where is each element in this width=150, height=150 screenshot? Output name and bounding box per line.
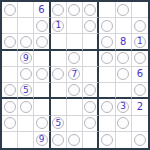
odd-circle [134,84,146,96]
cell-r8c1[interactable] [2,116,18,132]
cell-r5c2[interactable] [18,67,34,83]
cell-r7c1[interactable] [2,99,18,115]
cell-r6c9[interactable] [132,83,148,99]
cell-r2c6[interactable] [83,18,99,34]
cell-r6c2[interactable]: 5 [18,83,34,99]
cell-r5c7[interactable] [99,67,115,83]
odd-circle [20,101,32,113]
odd-circle [84,101,96,113]
odd-circle [20,68,32,80]
cell-r6c4[interactable] [51,83,67,99]
odd-circle [4,84,16,96]
given-digit: 7 [72,70,78,79]
cell-r9c8[interactable] [116,132,132,148]
cell-r3c7[interactable] [99,34,115,50]
cell-r3c5[interactable] [67,34,83,50]
odd-circle [101,52,113,64]
cell-r9c5[interactable] [67,132,83,148]
odd-circle [84,20,96,32]
cell-r9c6[interactable] [83,132,99,148]
cell-r8c9[interactable] [132,116,148,132]
cell-r4c1[interactable] [2,51,18,67]
given-digit: 9 [23,54,29,63]
cell-r1c2[interactable] [18,2,34,18]
odd-circle [36,68,48,80]
cell-r2c3[interactable] [34,18,50,34]
given-digit: 2 [137,102,143,112]
cell-r2c7[interactable] [99,18,115,34]
cell-r1c6[interactable] [83,2,99,18]
odd-circle [20,36,32,48]
cell-r1c3[interactable]: 6 [34,2,50,18]
cell-r8c2[interactable] [18,116,34,132]
cell-r6c5[interactable] [67,83,83,99]
cell-r7c6[interactable] [83,99,99,115]
cell-r6c3[interactable] [34,83,50,99]
cell-r3c3[interactable] [34,34,50,50]
cell-r4c6[interactable] [83,51,99,67]
odd-circle: 1 [52,20,64,32]
cell-r5c6[interactable] [83,67,99,83]
sudoku-board: 618197653259 [0,0,150,150]
cell-r8c3[interactable] [34,116,50,132]
odd-circle [134,20,146,32]
cell-r2c2[interactable] [18,18,34,34]
odd-circle [4,101,16,113]
cell-r2c4[interactable]: 1 [51,18,67,34]
odd-circle [101,101,113,113]
cell-r2c5[interactable] [67,18,83,34]
cell-r5c4[interactable] [51,67,67,83]
given-digit: 5 [23,86,29,95]
cell-r7c3[interactable] [34,99,50,115]
cell-r2c1[interactable] [2,18,18,34]
cell-r7c5[interactable] [67,99,83,115]
cell-r3c1[interactable] [2,34,18,50]
given-digit: 1 [137,37,143,46]
cell-r7c9[interactable]: 2 [132,99,148,115]
cell-r4c3[interactable] [34,51,50,67]
given-digit: 9 [39,135,45,144]
odd-circle [36,117,48,129]
cell-r8c8[interactable] [116,116,132,132]
odd-circle [68,84,80,96]
odd-circle [117,4,129,16]
odd-circle [84,84,96,96]
odd-circle: 9 [20,52,32,64]
odd-circle [36,36,48,48]
odd-circle [101,20,113,32]
odd-circle [117,68,129,80]
cell-r3c9[interactable]: 1 [132,34,148,50]
cell-r8c5[interactable] [67,116,83,132]
cell-r4c2[interactable]: 9 [18,51,34,67]
cell-r1c7[interactable] [99,2,115,18]
odd-circle [101,36,113,48]
cell-r7c2[interactable] [18,99,34,115]
odd-circle [4,117,16,129]
odd-circle [52,68,64,80]
odd-circle: 5 [52,117,64,129]
odd-circle: 7 [68,68,80,80]
odd-circle [4,36,16,48]
cell-r3c4[interactable] [51,34,67,50]
cell-r4c7[interactable] [99,51,115,67]
cell-r3c2[interactable] [18,34,34,50]
cell-r5c1[interactable] [2,67,18,83]
cell-r5c8[interactable] [116,67,132,83]
cell-r5c3[interactable] [34,67,50,83]
cell-r4c8[interactable] [116,51,132,67]
odd-circle: 5 [20,84,32,96]
cell-r2c9[interactable] [132,18,148,34]
cell-r6c7[interactable] [99,83,115,99]
cell-r5c9[interactable]: 6 [132,67,148,83]
odd-circle [52,4,64,16]
given-digit: 6 [38,5,44,15]
odd-circle [68,4,80,16]
cell-r9c2[interactable] [18,132,34,148]
odd-circle [36,20,48,32]
cell-r1c9[interactable] [132,2,148,18]
odd-circle: 1 [134,36,146,48]
odd-circle [134,52,146,64]
cell-r9c9[interactable] [132,132,148,148]
cell-r6c8[interactable] [116,83,132,99]
cell-r1c8[interactable] [116,2,132,18]
odd-circle [68,52,80,64]
odd-circle [84,4,96,16]
cell-r7c4[interactable] [51,99,67,115]
cell-r6c6[interactable] [83,83,99,99]
odd-circle [101,134,113,146]
odd-circle [117,52,129,64]
odd-circle [68,134,80,146]
cell-r9c1[interactable] [2,132,18,148]
given-digit: 3 [120,102,126,111]
cell-r4c4[interactable] [51,51,67,67]
odd-circle [52,134,64,146]
cell-r4c9[interactable] [132,51,148,67]
cell-r5c5[interactable]: 7 [67,67,83,83]
cell-r9c4[interactable] [51,132,67,148]
given-digit: 5 [55,119,61,128]
cell-r3c8[interactable]: 8 [116,34,132,50]
odd-circle: 9 [36,134,48,146]
cell-r9c7[interactable] [99,132,115,148]
given-digit: 8 [120,37,126,47]
cell-r3c6[interactable] [83,34,99,50]
cell-r1c4[interactable] [51,2,67,18]
cell-r7c8[interactable]: 3 [116,99,132,115]
cell-r9c3[interactable]: 9 [34,132,50,148]
cell-r1c5[interactable] [67,2,83,18]
odd-circle: 3 [117,101,129,113]
odd-circle [117,117,129,129]
odd-circle [134,134,146,146]
cell-r7c7[interactable] [99,99,115,115]
cell-r6c1[interactable] [2,83,18,99]
cell-r4c5[interactable] [67,51,83,67]
cell-r2c8[interactable] [116,18,132,34]
cell-r1c1[interactable] [2,2,18,18]
given-digit: 1 [55,21,61,30]
odd-circle [84,117,96,129]
cell-r8c7[interactable] [99,116,115,132]
cell-r8c6[interactable] [83,116,99,132]
given-digit: 6 [137,69,143,79]
odd-circle [4,4,16,16]
cell-r8c4[interactable]: 5 [51,116,67,132]
